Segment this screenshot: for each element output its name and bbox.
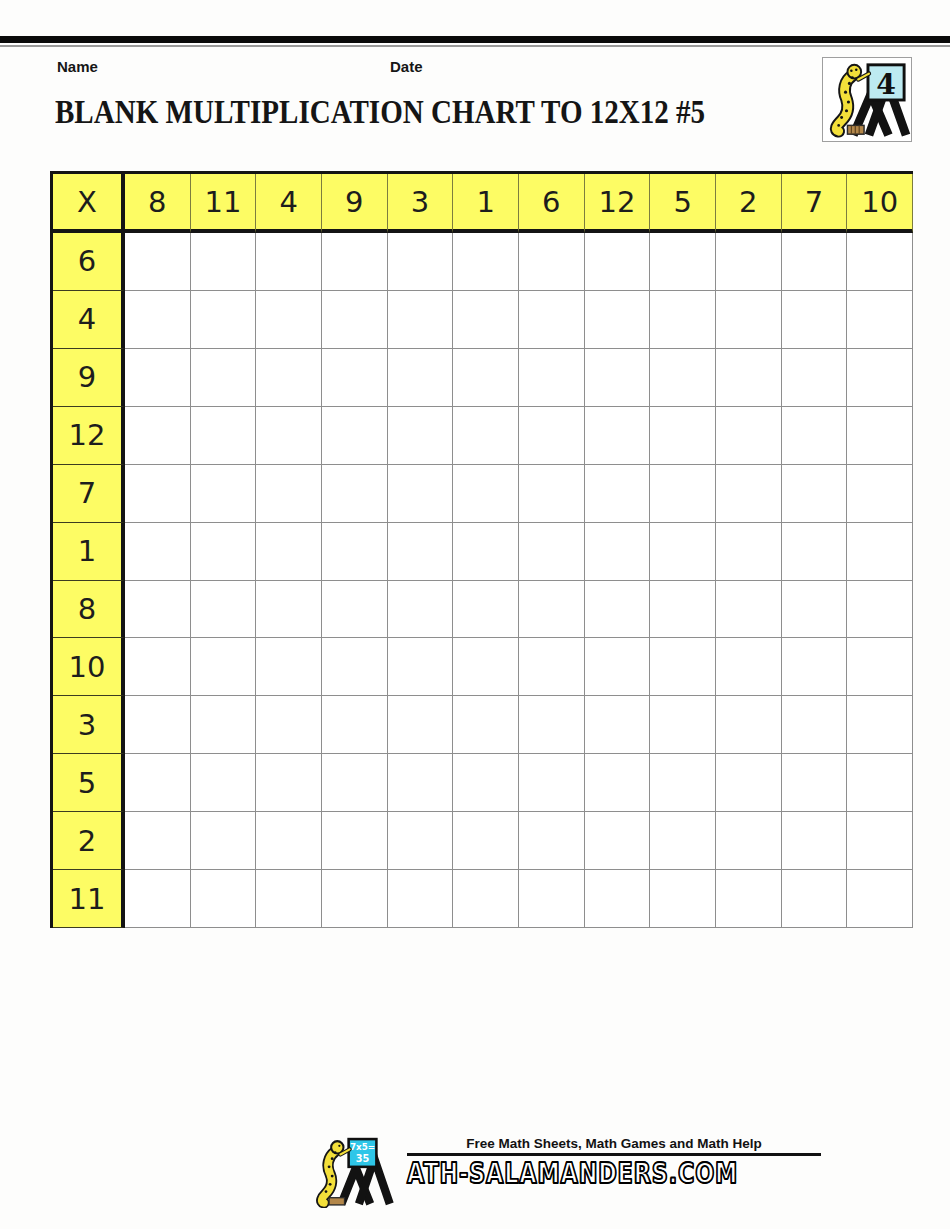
grid-column-header-6: 6 (519, 174, 585, 233)
grid-cell-r8c5[interactable] (388, 638, 454, 696)
grid-cell-r11c3[interactable] (256, 812, 322, 870)
grid-cell-r11c4[interactable] (322, 812, 388, 870)
grid-cell-r9c2[interactable] (191, 696, 257, 754)
grid-cell-r2c1[interactable] (125, 291, 191, 349)
grid-cell-r11c10[interactable] (716, 812, 782, 870)
grid-row-header-8: 8 (53, 581, 125, 639)
grid-cell-r2c6[interactable] (453, 291, 519, 349)
grid-cell-r2c10[interactable] (716, 291, 782, 349)
grid-cell-r12c9[interactable] (650, 870, 716, 928)
grid-cell-r6c12[interactable] (847, 523, 913, 581)
grid-cell-r5c1[interactable] (125, 465, 191, 523)
grid-cell-r9c6[interactable] (453, 696, 519, 754)
grid-cell-r8c11[interactable] (782, 638, 848, 696)
grid-cell-r10c7[interactable] (519, 754, 585, 812)
grid-cell-r11c2[interactable] (191, 812, 257, 870)
grid-cell-r8c1[interactable] (125, 638, 191, 696)
grid-cell-r6c4[interactable] (322, 523, 388, 581)
grid-cell-r12c5[interactable] (388, 870, 454, 928)
top-divider-rule (0, 36, 950, 47)
name-label: Name (57, 58, 98, 75)
grid-row-header-9: 9 (53, 349, 125, 407)
grid-cell-r8c6[interactable] (453, 638, 519, 696)
grid-cell-r7c10[interactable] (716, 581, 782, 639)
grid-cell-r8c3[interactable] (256, 638, 322, 696)
grid-column-header-12: 12 (585, 174, 651, 233)
grid-cell-r11c7[interactable] (519, 812, 585, 870)
grid-cell-r1c5[interactable] (388, 233, 454, 291)
grid-cell-r11c1[interactable] (125, 812, 191, 870)
grid-cell-r1c12[interactable] (847, 233, 913, 291)
grid-cell-r7c7[interactable] (519, 581, 585, 639)
top-divider-thin-line (0, 45, 950, 47)
grid-cell-r1c11[interactable] (782, 233, 848, 291)
footer-salamander-eye (338, 1145, 340, 1147)
footer-board-line1: 7x5= (350, 1142, 375, 1152)
grid-row-header-12: 12 (53, 407, 125, 465)
grid-cell-r5c2[interactable] (191, 465, 257, 523)
grid-cell-r1c10[interactable] (716, 233, 782, 291)
grid-cell-r10c3[interactable] (256, 754, 322, 812)
grid-cell-r6c3[interactable] (256, 523, 322, 581)
grid-row-header-5: 5 (53, 754, 125, 812)
grid-cell-r9c1[interactable] (125, 696, 191, 754)
grid-cell-r1c3[interactable] (256, 233, 322, 291)
grid-cell-r8c2[interactable] (191, 638, 257, 696)
grid-cell-r12c11[interactable] (782, 870, 848, 928)
grid-cell-r2c2[interactable] (191, 291, 257, 349)
grid-cell-r1c9[interactable] (650, 233, 716, 291)
grid-cell-r3c1[interactable] (125, 349, 191, 407)
grid-cell-r4c11[interactable] (782, 407, 848, 465)
grid-cell-r9c5[interactable] (388, 696, 454, 754)
footer-branding: 7x5= 35 Free Math Sheets, Math Games and… (303, 1134, 821, 1208)
grid-cell-r3c8[interactable] (585, 349, 651, 407)
grid-cell-r6c8[interactable] (585, 523, 651, 581)
grid-cell-r7c11[interactable] (782, 581, 848, 639)
grid-cell-r6c1[interactable] (125, 523, 191, 581)
grid-cell-r4c8[interactable] (585, 407, 651, 465)
grid-cell-r9c12[interactable] (847, 696, 913, 754)
grid-cell-r11c6[interactable] (453, 812, 519, 870)
grid-cell-r6c6[interactable] (453, 523, 519, 581)
grid-cell-r3c2[interactable] (191, 349, 257, 407)
grid-cell-r5c3[interactable] (256, 465, 322, 523)
grid-column-header-3: 3 (388, 174, 454, 233)
grid-cell-r6c7[interactable] (519, 523, 585, 581)
grid-cell-r2c5[interactable] (388, 291, 454, 349)
grid-row-header-4: 4 (53, 291, 125, 349)
grid-cell-r5c5[interactable] (388, 465, 454, 523)
footer-text-column: Free Math Sheets, Math Games and Math He… (407, 1134, 821, 1191)
grid-cell-r5c4[interactable] (322, 465, 388, 523)
salamander-eye (855, 68, 858, 71)
grid-cell-r5c11[interactable] (782, 465, 848, 523)
multiplication-grid: X811493161252710649127181035211 (50, 171, 913, 928)
grid-row-header-6: 6 (53, 233, 125, 291)
top-divider-thick-line (0, 36, 950, 43)
grid-cell-r11c11[interactable] (782, 812, 848, 870)
page-title: BLANK MULTIPLICATION CHART TO 12X12 #5 (55, 94, 705, 131)
grid-cell-r10c6[interactable] (453, 754, 519, 812)
grid-cell-r10c1[interactable] (125, 754, 191, 812)
grid-cell-r7c5[interactable] (388, 581, 454, 639)
footer-wordmark: ATH-SALAMANDERS.COM (407, 1157, 738, 1191)
grid-cell-r12c7[interactable] (519, 870, 585, 928)
grid-cell-r2c7[interactable] (519, 291, 585, 349)
grid-cell-r7c3[interactable] (256, 581, 322, 639)
salamander-head (847, 65, 861, 79)
grid-column-header-2: 2 (716, 174, 782, 233)
grid-cell-r1c4[interactable] (322, 233, 388, 291)
grid-cell-r9c4[interactable] (322, 696, 388, 754)
grid-cell-r9c11[interactable] (782, 696, 848, 754)
grid-cell-r4c6[interactable] (453, 407, 519, 465)
grid-cell-r5c7[interactable] (519, 465, 585, 523)
grid-cell-r4c7[interactable] (519, 407, 585, 465)
footer-tagline: Free Math Sheets, Math Games and Math He… (407, 1134, 821, 1152)
grid-cell-r4c1[interactable] (125, 407, 191, 465)
salamander-corner-logo: 4 (822, 57, 912, 142)
grid-cell-r1c7[interactable] (519, 233, 585, 291)
grid-cell-r4c3[interactable] (256, 407, 322, 465)
grid-cell-r12c4[interactable] (322, 870, 388, 928)
grid-cell-r9c10[interactable] (716, 696, 782, 754)
grid-cell-r6c11[interactable] (782, 523, 848, 581)
grid-cell-r8c4[interactable] (322, 638, 388, 696)
grid-cell-r3c5[interactable] (388, 349, 454, 407)
grid-cell-r3c9[interactable] (650, 349, 716, 407)
grid-cell-r2c12[interactable] (847, 291, 913, 349)
logo-badge-number: 4 (876, 67, 896, 101)
grid-cell-r12c1[interactable] (125, 870, 191, 928)
grid-cell-r2c4[interactable] (322, 291, 388, 349)
grid-column-header-7: 7 (782, 174, 848, 233)
grid-cell-r6c10[interactable] (716, 523, 782, 581)
grid-cell-r10c11[interactable] (782, 754, 848, 812)
grid-column-header-10: 10 (847, 174, 913, 233)
grid-column-header-11: 11 (191, 174, 257, 233)
grid-column-header-4: 4 (256, 174, 322, 233)
grid-cell-r12c12[interactable] (847, 870, 913, 928)
grid-cell-r8c10[interactable] (716, 638, 782, 696)
grid-column-header-8: 8 (125, 174, 191, 233)
grid-cell-r12c8[interactable] (585, 870, 651, 928)
grid-cell-r7c2[interactable] (191, 581, 257, 639)
grid-cell-r1c2[interactable] (191, 233, 257, 291)
grid-cell-r3c6[interactable] (453, 349, 519, 407)
grid-cell-r9c3[interactable] (256, 696, 322, 754)
grid-row-header-10: 10 (53, 638, 125, 696)
grid-cell-r9c7[interactable] (519, 696, 585, 754)
grid-cell-r3c10[interactable] (716, 349, 782, 407)
grid-row-header-3: 3 (53, 696, 125, 754)
grid-cell-r4c12[interactable] (847, 407, 913, 465)
grid-cell-r2c9[interactable] (650, 291, 716, 349)
grid-cell-r3c7[interactable] (519, 349, 585, 407)
grid-cell-r7c12[interactable] (847, 581, 913, 639)
grid-cell-r4c5[interactable] (388, 407, 454, 465)
grid-cell-r10c5[interactable] (388, 754, 454, 812)
grid-cell-r7c6[interactable] (453, 581, 519, 639)
grid-cell-r11c8[interactable] (585, 812, 651, 870)
grid-cell-r2c8[interactable] (585, 291, 651, 349)
grid-cell-r8c9[interactable] (650, 638, 716, 696)
grid-cell-r10c8[interactable] (585, 754, 651, 812)
grid-cell-r9c8[interactable] (585, 696, 651, 754)
grid-cell-r5c10[interactable] (716, 465, 782, 523)
grid-row-header-11: 11 (53, 870, 125, 928)
grid-row-header-2: 2 (53, 812, 125, 870)
grid-cell-r10c2[interactable] (191, 754, 257, 812)
grid-cell-r1c8[interactable] (585, 233, 651, 291)
grid-cell-r12c10[interactable] (716, 870, 782, 928)
grid-cell-r4c10[interactable] (716, 407, 782, 465)
grid-cell-r3c4[interactable] (322, 349, 388, 407)
grid-column-header-5: 5 (650, 174, 716, 233)
grid-corner-label: X (53, 174, 125, 233)
grid-cell-r7c9[interactable] (650, 581, 716, 639)
grid-column-header-9: 9 (322, 174, 388, 233)
grid-cell-r12c3[interactable] (256, 870, 322, 928)
date-label: Date (390, 58, 423, 75)
grid-cell-r3c3[interactable] (256, 349, 322, 407)
grid-cell-r8c12[interactable] (847, 638, 913, 696)
grid-row-header-1: 1 (53, 523, 125, 581)
grid-cell-r3c12[interactable] (847, 349, 913, 407)
grid-cell-r10c4[interactable] (322, 754, 388, 812)
footer-board-line2: 35 (356, 1153, 370, 1164)
footer-brush (329, 1198, 344, 1205)
grid-column-header-1: 1 (453, 174, 519, 233)
grid-cell-r12c2[interactable] (191, 870, 257, 928)
grid-cell-r11c9[interactable] (650, 812, 716, 870)
worksheet-page: Name Date BLANK MULTIPLICATION CHART TO … (0, 0, 950, 1229)
grid-cell-r4c9[interactable] (650, 407, 716, 465)
grid-cell-r1c1[interactable] (125, 233, 191, 291)
grid-cell-r3c11[interactable] (782, 349, 848, 407)
grid-cell-r10c9[interactable] (650, 754, 716, 812)
grid-cell-r4c2[interactable] (191, 407, 257, 465)
grid-cell-r5c8[interactable] (585, 465, 651, 523)
grid-cell-r1c6[interactable] (453, 233, 519, 291)
grid-cell-r11c12[interactable] (847, 812, 913, 870)
salamander-logo-art: 4 (823, 58, 911, 141)
grid-cell-r5c12[interactable] (847, 465, 913, 523)
footer-salamander-logo: 7x5= 35 (303, 1136, 421, 1208)
grid-cell-r6c2[interactable] (191, 523, 257, 581)
grid-cell-r8c8[interactable] (585, 638, 651, 696)
grid-cell-r2c3[interactable] (256, 291, 322, 349)
grid-cell-r11c5[interactable] (388, 812, 454, 870)
grid-cell-r7c4[interactable] (322, 581, 388, 639)
grid-row-header-7: 7 (53, 465, 125, 523)
grid-cell-r6c9[interactable] (650, 523, 716, 581)
grid-cell-r5c9[interactable] (650, 465, 716, 523)
grid-cell-r7c8[interactable] (585, 581, 651, 639)
grid-cell-r8c7[interactable] (519, 638, 585, 696)
grid-cell-r6c5[interactable] (388, 523, 454, 581)
grid-cell-r4c4[interactable] (322, 407, 388, 465)
grid-cell-r10c12[interactable] (847, 754, 913, 812)
footer-rule (407, 1153, 821, 1156)
grid-cell-r7c1[interactable] (125, 581, 191, 639)
grid-cell-r5c6[interactable] (453, 465, 519, 523)
grid-cell-r10c10[interactable] (716, 754, 782, 812)
grid-cell-r2c11[interactable] (782, 291, 848, 349)
grid-cell-r12c6[interactable] (453, 870, 519, 928)
grid-cell-r9c9[interactable] (650, 696, 716, 754)
